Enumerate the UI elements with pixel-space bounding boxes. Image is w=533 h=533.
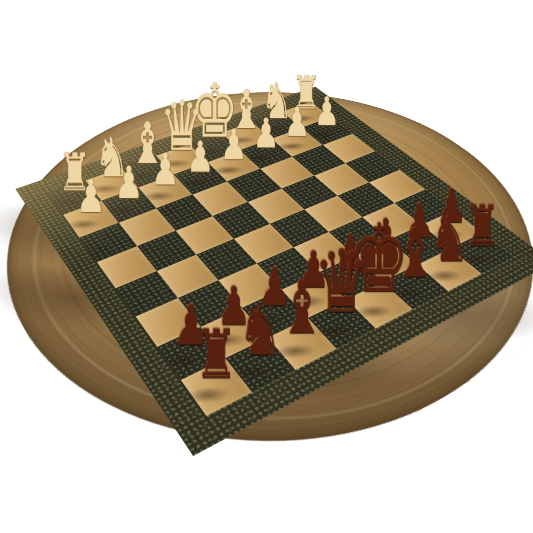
piece-shadow (162, 352, 203, 370)
chess-on-vinyl-record-photo: ♜♞♝♛♚♝♞♜♟♟♟♟♟♟♟♟♟♟♟♟♟♟♟♟♜♞♝♛♚♝♞♜ (0, 0, 533, 533)
piece-shadow (248, 312, 288, 328)
piece-shadow (274, 342, 316, 359)
piece-shadow (314, 323, 356, 339)
piece-shadow (231, 363, 274, 381)
piece-shadow (325, 276, 364, 290)
piece-shadow (361, 260, 400, 274)
piece-shadow (206, 332, 247, 349)
piece-shadow (186, 385, 229, 404)
piece-shadow (428, 228, 466, 241)
